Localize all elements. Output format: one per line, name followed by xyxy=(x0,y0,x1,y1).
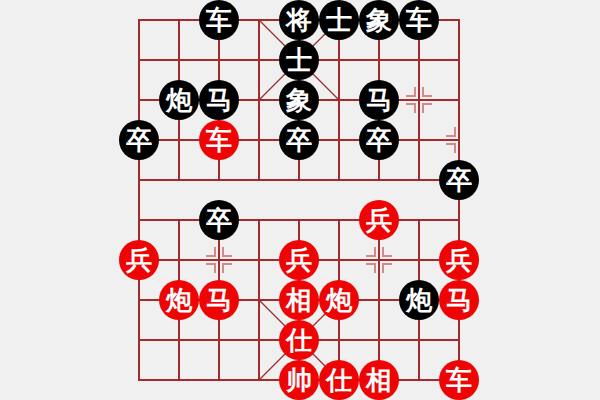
piece-black-elephant[interactable]: 象 xyxy=(359,0,399,40)
piece-red-horse[interactable]: 马 xyxy=(199,280,239,320)
piece-black-soldier[interactable]: 卒 xyxy=(279,120,319,160)
piece-red-advisor[interactable]: 仕 xyxy=(319,360,359,400)
piece-black-soldier[interactable]: 卒 xyxy=(199,200,239,240)
piece-black-advisor[interactable]: 士 xyxy=(319,0,359,40)
piece-black-elephant[interactable]: 象 xyxy=(279,80,319,120)
piece-red-elephant[interactable]: 相 xyxy=(359,360,399,400)
piece-black-advisor[interactable]: 士 xyxy=(279,40,319,80)
xiangqi-board: 车将士象车士炮马象马卒卒卒卒卒炮车兵兵兵兵炮马相炮马仕帅仕相车 xyxy=(119,0,479,400)
piece-red-soldier[interactable]: 兵 xyxy=(119,240,159,280)
piece-red-cannon[interactable]: 炮 xyxy=(319,280,359,320)
piece-red-advisor[interactable]: 仕 xyxy=(279,320,319,360)
piece-black-cannon[interactable]: 炮 xyxy=(159,80,199,120)
piece-red-soldier[interactable]: 兵 xyxy=(359,200,399,240)
piece-black-horse[interactable]: 马 xyxy=(199,80,239,120)
piece-black-chariot[interactable]: 车 xyxy=(199,0,239,40)
piece-red-soldier[interactable]: 兵 xyxy=(279,240,319,280)
piece-red-cannon[interactable]: 炮 xyxy=(159,280,199,320)
piece-black-soldier[interactable]: 卒 xyxy=(359,120,399,160)
piece-red-chariot[interactable]: 车 xyxy=(439,360,479,400)
piece-black-general[interactable]: 将 xyxy=(279,0,319,40)
piece-red-horse[interactable]: 马 xyxy=(439,280,479,320)
piece-red-chariot[interactable]: 车 xyxy=(199,120,239,160)
piece-black-cannon[interactable]: 炮 xyxy=(399,280,439,320)
piece-red-elephant[interactable]: 相 xyxy=(279,280,319,320)
piece-black-horse[interactable]: 马 xyxy=(359,80,399,120)
app-background: 车将士象车士炮马象马卒卒卒卒卒炮车兵兵兵兵炮马相炮马仕帅仕相车 xyxy=(0,0,600,400)
piece-black-soldier[interactable]: 卒 xyxy=(119,120,159,160)
piece-layer: 车将士象车士炮马象马卒卒卒卒卒炮车兵兵兵兵炮马相炮马仕帅仕相车 xyxy=(119,0,479,400)
piece-black-soldier[interactable]: 卒 xyxy=(439,160,479,200)
piece-red-general[interactable]: 帅 xyxy=(279,360,319,400)
piece-black-chariot[interactable]: 车 xyxy=(399,0,439,40)
piece-red-soldier[interactable]: 兵 xyxy=(439,240,479,280)
